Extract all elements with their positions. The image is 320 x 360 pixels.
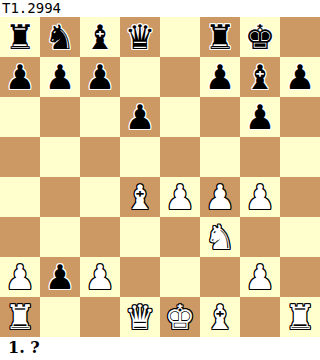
chess-board: ♜♞♝♛♜♚♟♟♟♟♝♟♟♟♝♟♟♟♞♟♟♟♟♜♛♚♝♜	[0, 17, 320, 337]
square-a4[interactable]	[0, 177, 40, 217]
square-d5[interactable]	[120, 137, 160, 177]
white-pawn[interactable]: ♟	[245, 177, 275, 217]
square-e1[interactable]: ♚	[160, 297, 200, 337]
square-h8[interactable]	[280, 17, 320, 57]
black-pawn[interactable]: ♟	[5, 57, 35, 97]
square-b5[interactable]	[40, 137, 80, 177]
square-g3[interactable]	[240, 217, 280, 257]
black-rook[interactable]: ♜	[205, 17, 235, 57]
black-pawn[interactable]: ♟	[245, 97, 275, 137]
square-d2[interactable]	[120, 257, 160, 297]
black-queen[interactable]: ♛	[125, 17, 155, 57]
square-h2[interactable]	[280, 257, 320, 297]
square-a6[interactable]	[0, 97, 40, 137]
square-f1[interactable]: ♝	[200, 297, 240, 337]
square-b4[interactable]	[40, 177, 80, 217]
chess-app: T1.2994 ♜♞♝♛♜♚♟♟♟♟♝♟♟♟♝♟♟♟♞♟♟♟♟♜♛♚♝♜ 1. …	[0, 0, 320, 360]
square-c2[interactable]: ♟	[80, 257, 120, 297]
square-f8[interactable]: ♜	[200, 17, 240, 57]
black-pawn[interactable]: ♟	[205, 57, 235, 97]
white-pawn[interactable]: ♟	[165, 177, 195, 217]
black-knight[interactable]: ♞	[45, 17, 75, 57]
square-f3[interactable]: ♞	[200, 217, 240, 257]
square-d8[interactable]: ♛	[120, 17, 160, 57]
square-a5[interactable]	[0, 137, 40, 177]
square-h3[interactable]	[280, 217, 320, 257]
square-a8[interactable]: ♜	[0, 17, 40, 57]
square-g5[interactable]	[240, 137, 280, 177]
square-g1[interactable]	[240, 297, 280, 337]
black-bishop[interactable]: ♝	[245, 57, 275, 97]
square-f4[interactable]: ♟	[200, 177, 240, 217]
black-rook[interactable]: ♜	[5, 17, 35, 57]
square-g6[interactable]: ♟	[240, 97, 280, 137]
square-h4[interactable]	[280, 177, 320, 217]
square-f7[interactable]: ♟	[200, 57, 240, 97]
square-d3[interactable]	[120, 217, 160, 257]
square-c8[interactable]: ♝	[80, 17, 120, 57]
move-prompt: 1. ?	[0, 337, 320, 360]
white-pawn[interactable]: ♟	[5, 257, 35, 297]
white-bishop[interactable]: ♝	[205, 297, 235, 337]
black-pawn[interactable]: ♟	[45, 257, 75, 297]
square-h6[interactable]	[280, 97, 320, 137]
square-d6[interactable]: ♟	[120, 97, 160, 137]
white-pawn[interactable]: ♟	[85, 257, 115, 297]
puzzle-id: T1.2994	[0, 0, 320, 17]
square-g7[interactable]: ♝	[240, 57, 280, 97]
white-knight[interactable]: ♞	[205, 217, 235, 257]
white-king[interactable]: ♚	[165, 297, 195, 337]
square-c7[interactable]: ♟	[80, 57, 120, 97]
square-c6[interactable]	[80, 97, 120, 137]
square-h7[interactable]: ♟	[280, 57, 320, 97]
square-c1[interactable]	[80, 297, 120, 337]
square-e3[interactable]	[160, 217, 200, 257]
black-king[interactable]: ♚	[245, 17, 275, 57]
square-d7[interactable]	[120, 57, 160, 97]
white-pawn[interactable]: ♟	[205, 177, 235, 217]
square-b1[interactable]	[40, 297, 80, 337]
black-pawn[interactable]: ♟	[285, 57, 315, 97]
square-h5[interactable]	[280, 137, 320, 177]
black-pawn[interactable]: ♟	[45, 57, 75, 97]
square-a1[interactable]: ♜	[0, 297, 40, 337]
square-b7[interactable]: ♟	[40, 57, 80, 97]
square-b3[interactable]	[40, 217, 80, 257]
white-pawn[interactable]: ♟	[245, 257, 275, 297]
white-queen[interactable]: ♛	[125, 297, 155, 337]
square-c4[interactable]	[80, 177, 120, 217]
square-f5[interactable]	[200, 137, 240, 177]
square-e7[interactable]	[160, 57, 200, 97]
square-d1[interactable]: ♛	[120, 297, 160, 337]
square-a3[interactable]	[0, 217, 40, 257]
square-g4[interactable]: ♟	[240, 177, 280, 217]
square-d4[interactable]: ♝	[120, 177, 160, 217]
square-e6[interactable]	[160, 97, 200, 137]
square-b2[interactable]: ♟	[40, 257, 80, 297]
square-b8[interactable]: ♞	[40, 17, 80, 57]
square-c3[interactable]	[80, 217, 120, 257]
black-bishop[interactable]: ♝	[85, 17, 115, 57]
square-g8[interactable]: ♚	[240, 17, 280, 57]
square-g2[interactable]: ♟	[240, 257, 280, 297]
square-a7[interactable]: ♟	[0, 57, 40, 97]
black-pawn[interactable]: ♟	[125, 97, 155, 137]
square-e8[interactable]	[160, 17, 200, 57]
square-e2[interactable]	[160, 257, 200, 297]
square-e5[interactable]	[160, 137, 200, 177]
square-f2[interactable]	[200, 257, 240, 297]
square-h1[interactable]: ♜	[280, 297, 320, 337]
square-b6[interactable]	[40, 97, 80, 137]
white-rook[interactable]: ♜	[285, 297, 315, 337]
white-bishop[interactable]: ♝	[125, 177, 155, 217]
square-a2[interactable]: ♟	[0, 257, 40, 297]
square-c5[interactable]	[80, 137, 120, 177]
square-f6[interactable]	[200, 97, 240, 137]
white-rook[interactable]: ♜	[5, 297, 35, 337]
black-pawn[interactable]: ♟	[85, 57, 115, 97]
square-e4[interactable]: ♟	[160, 177, 200, 217]
